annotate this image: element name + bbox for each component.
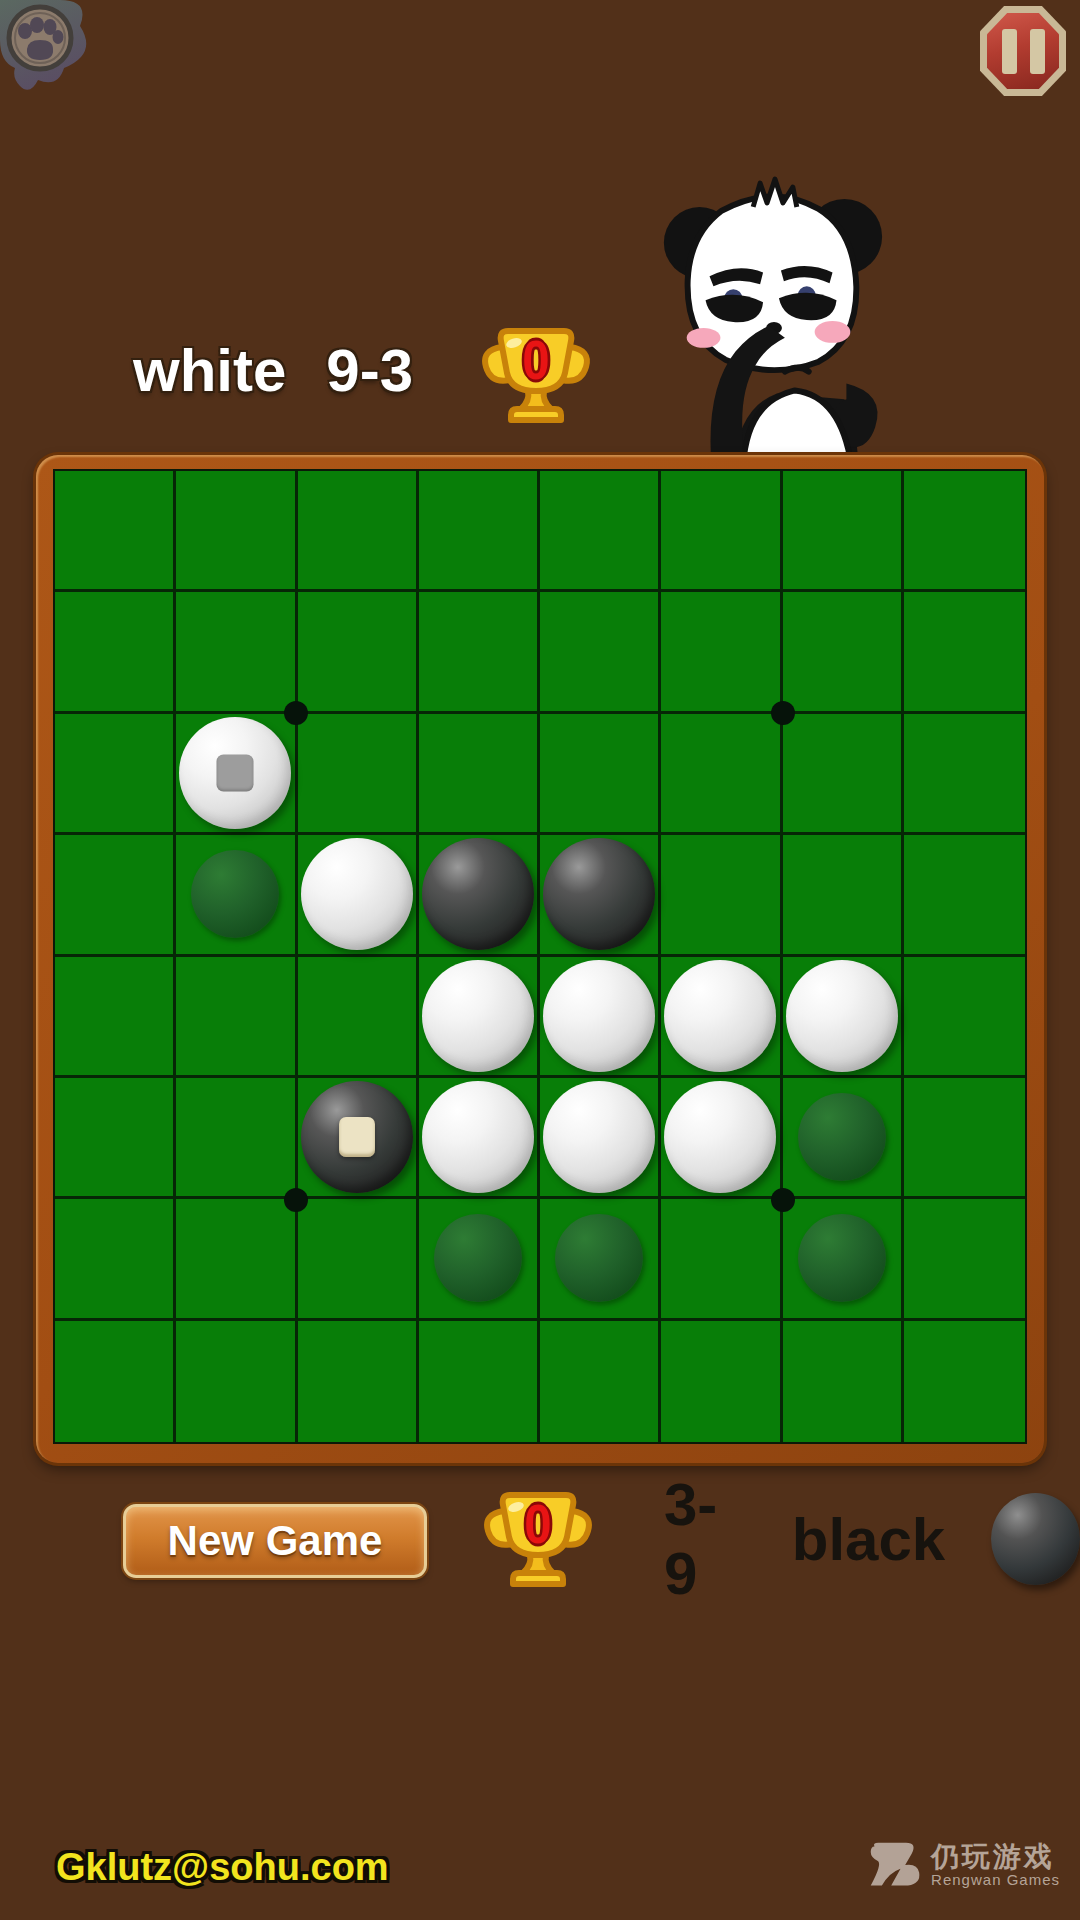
cell-g8[interactable] — [783, 1321, 904, 1442]
star-point — [771, 1188, 795, 1212]
cell-h1[interactable] — [904, 471, 1025, 592]
cell-f6[interactable] — [661, 1078, 782, 1199]
cell-d6[interactable] — [419, 1078, 540, 1199]
hint-disc — [555, 1214, 643, 1302]
white-disc — [543, 960, 655, 1072]
cell-d3[interactable] — [419, 714, 540, 835]
rengwan-logo-icon — [867, 1840, 921, 1890]
cell-b2[interactable] — [176, 592, 297, 713]
cell-a4[interactable] — [55, 835, 176, 956]
cell-h3[interactable] — [904, 714, 1025, 835]
cell-c7[interactable] — [298, 1199, 419, 1320]
cell-e8[interactable] — [540, 1321, 661, 1442]
white-disc — [179, 717, 291, 829]
cell-a5[interactable] — [55, 957, 176, 1078]
cell-f2[interactable] — [661, 592, 782, 713]
cell-d4[interactable] — [419, 835, 540, 956]
black-disc — [543, 838, 655, 950]
black-wins-count: 0 — [524, 1491, 551, 1556]
cell-h7[interactable] — [904, 1199, 1025, 1320]
cell-f4[interactable] — [661, 835, 782, 956]
cell-d1[interactable] — [419, 471, 540, 592]
cell-e4[interactable] — [540, 835, 661, 956]
cell-c1[interactable] — [298, 471, 419, 592]
paw-badge-button[interactable] — [0, 0, 96, 100]
cell-e5[interactable] — [540, 957, 661, 1078]
cell-g6[interactable] — [783, 1078, 904, 1199]
cell-g1[interactable] — [783, 471, 904, 592]
paw-icon — [0, 0, 96, 100]
game-screen: white 9-3 0 — [0, 0, 1080, 1920]
hint-disc — [434, 1214, 522, 1302]
cell-g7[interactable] — [783, 1199, 904, 1320]
hint-disc — [798, 1214, 886, 1302]
cell-b1[interactable] — [176, 471, 297, 592]
cell-h2[interactable] — [904, 592, 1025, 713]
last-move-marker — [339, 1117, 375, 1157]
cell-d7[interactable] — [419, 1199, 540, 1320]
cell-b5[interactable] — [176, 957, 297, 1078]
cell-e7[interactable] — [540, 1199, 661, 1320]
cell-c6[interactable] — [298, 1078, 419, 1199]
star-point — [284, 1188, 308, 1212]
cell-a6[interactable] — [55, 1078, 176, 1199]
board-frame — [36, 455, 1044, 1463]
black-disc-icon — [991, 1493, 1080, 1585]
watermark: 仍玩游戏 Rengwan Games — [867, 1840, 1060, 1890]
cell-f1[interactable] — [661, 471, 782, 592]
cell-c2[interactable] — [298, 592, 419, 713]
panda-mascot — [648, 176, 896, 466]
cell-b7[interactable] — [176, 1199, 297, 1320]
cell-h6[interactable] — [904, 1078, 1025, 1199]
cell-c8[interactable] — [298, 1321, 419, 1442]
last-move-marker — [217, 754, 254, 791]
cell-f5[interactable] — [661, 957, 782, 1078]
othello-board — [53, 469, 1027, 1444]
black-status: 3-9 black — [664, 1496, 1080, 1582]
cell-b3[interactable] — [176, 714, 297, 835]
hint-disc — [191, 850, 279, 938]
cell-d5[interactable] — [419, 957, 540, 1078]
black-disc — [301, 1081, 413, 1193]
white-player-label: white — [133, 336, 286, 405]
cell-b8[interactable] — [176, 1321, 297, 1442]
watermark-chinese: 仍玩游戏 — [931, 1842, 1060, 1871]
credit-text: Gklutz@sohu.com — [56, 1846, 389, 1889]
white-wins-count: 0 — [522, 327, 549, 392]
cell-a3[interactable] — [55, 714, 176, 835]
cell-c5[interactable] — [298, 957, 419, 1078]
white-disc — [301, 838, 413, 950]
black-trophy: 0 — [480, 1486, 596, 1592]
cell-d8[interactable] — [419, 1321, 540, 1442]
cell-c4[interactable] — [298, 835, 419, 956]
cell-h5[interactable] — [904, 957, 1025, 1078]
white-disc — [422, 1081, 534, 1193]
pause-button[interactable] — [980, 6, 1066, 96]
new-game-button[interactable]: New Game — [123, 1504, 427, 1578]
white-disc — [664, 960, 776, 1072]
cell-g5[interactable] — [783, 957, 904, 1078]
star-point — [284, 701, 308, 725]
cell-e3[interactable] — [540, 714, 661, 835]
cell-b4[interactable] — [176, 835, 297, 956]
cell-g4[interactable] — [783, 835, 904, 956]
hint-disc — [798, 1093, 886, 1181]
cell-a8[interactable] — [55, 1321, 176, 1442]
cell-b6[interactable] — [176, 1078, 297, 1199]
cell-e6[interactable] — [540, 1078, 661, 1199]
cell-f3[interactable] — [661, 714, 782, 835]
white-trophy: 0 — [478, 322, 594, 428]
pause-icon — [987, 13, 1059, 89]
white-status: white 9-3 — [133, 336, 413, 405]
cell-d2[interactable] — [419, 592, 540, 713]
cell-a1[interactable] — [55, 471, 176, 592]
black-disc — [422, 838, 534, 950]
white-score: 9-3 — [326, 336, 413, 405]
cell-a7[interactable] — [55, 1199, 176, 1320]
black-score: 3-9 — [664, 1470, 748, 1608]
cell-c3[interactable] — [298, 714, 419, 835]
cell-f7[interactable] — [661, 1199, 782, 1320]
white-disc — [543, 1081, 655, 1193]
cell-e1[interactable] — [540, 471, 661, 592]
cell-e2[interactable] — [540, 592, 661, 713]
white-disc — [664, 1081, 776, 1193]
cell-g3[interactable] — [783, 714, 904, 835]
black-player-label: black — [792, 1505, 945, 1574]
white-disc — [422, 960, 534, 1072]
cell-h4[interactable] — [904, 835, 1025, 956]
cell-g2[interactable] — [783, 592, 904, 713]
watermark-english: Rengwan Games — [931, 1872, 1060, 1888]
new-game-label: New Game — [168, 1517, 383, 1565]
cell-f8[interactable] — [661, 1321, 782, 1442]
cell-a2[interactable] — [55, 592, 176, 713]
star-point — [771, 701, 795, 725]
white-disc — [786, 960, 898, 1072]
cell-h8[interactable] — [904, 1321, 1025, 1442]
